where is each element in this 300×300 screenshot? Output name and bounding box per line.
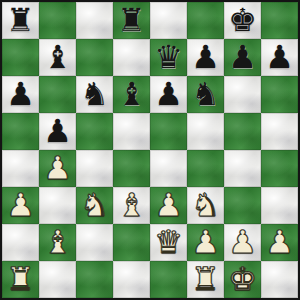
piece-black-pawn: ♟ [228,41,257,73]
square-f3[interactable]: ♞ [187,187,224,224]
piece-white-rook: ♜ [191,263,220,295]
square-h8[interactable] [261,2,298,39]
piece-black-pawn: ♟ [6,78,35,110]
square-g3[interactable] [224,187,261,224]
square-f4[interactable] [187,150,224,187]
square-b8[interactable] [39,2,76,39]
piece-white-pawn: ♟ [191,226,220,258]
square-d7[interactable] [113,39,150,76]
piece-black-pawn: ♟ [265,41,294,73]
square-a5[interactable] [2,113,39,150]
square-c5[interactable] [76,113,113,150]
piece-white-queen: ♛ [154,226,183,258]
square-c4[interactable] [76,150,113,187]
piece-black-pawn: ♟ [191,41,220,73]
piece-white-knight: ♞ [80,189,109,221]
square-b4[interactable]: ♟ [39,150,76,187]
piece-black-rook: ♜ [117,4,146,36]
square-g2[interactable]: ♟ [224,224,261,261]
square-e3[interactable]: ♟ [150,187,187,224]
square-h6[interactable] [261,76,298,113]
square-e8[interactable] [150,2,187,39]
square-b1[interactable] [39,261,76,298]
square-h5[interactable] [261,113,298,150]
square-f6[interactable]: ♞ [187,76,224,113]
square-d5[interactable] [113,113,150,150]
square-a4[interactable] [2,150,39,187]
square-a8[interactable]: ♜ [2,2,39,39]
piece-black-bishop: ♝ [117,78,146,110]
square-a6[interactable]: ♟ [2,76,39,113]
square-g6[interactable] [224,76,261,113]
square-g8[interactable]: ♚ [224,2,261,39]
piece-black-knight: ♞ [80,78,109,110]
piece-black-king: ♚ [228,4,257,36]
square-d3[interactable]: ♝ [113,187,150,224]
square-f1[interactable]: ♜ [187,261,224,298]
square-h2[interactable]: ♟ [261,224,298,261]
square-c7[interactable] [76,39,113,76]
piece-white-pawn: ♟ [6,189,35,221]
square-f2[interactable]: ♟ [187,224,224,261]
piece-white-knight: ♞ [191,189,220,221]
piece-black-queen: ♛ [154,41,183,73]
square-d8[interactable]: ♜ [113,2,150,39]
piece-black-pawn: ♟ [43,115,72,147]
square-f5[interactable] [187,113,224,150]
square-g4[interactable] [224,150,261,187]
chess-board: ♜♜♚♝♛♟♟♟♟♞♝♟♞♟♟♟♞♝♟♞♝♛♟♟♟♜♜♚ [0,0,300,300]
square-e5[interactable] [150,113,187,150]
piece-black-knight: ♞ [191,78,220,110]
square-d6[interactable]: ♝ [113,76,150,113]
square-b3[interactable] [39,187,76,224]
square-e6[interactable]: ♟ [150,76,187,113]
square-g5[interactable] [224,113,261,150]
piece-white-pawn: ♟ [228,226,257,258]
piece-white-bishop: ♝ [43,226,72,258]
piece-black-rook: ♜ [6,4,35,36]
square-b6[interactable] [39,76,76,113]
square-g7[interactable]: ♟ [224,39,261,76]
piece-white-pawn: ♟ [43,152,72,184]
square-c8[interactable] [76,2,113,39]
square-e7[interactable]: ♛ [150,39,187,76]
square-e4[interactable] [150,150,187,187]
piece-white-king: ♚ [228,263,257,295]
square-d4[interactable] [113,150,150,187]
piece-black-pawn: ♟ [154,78,183,110]
square-c3[interactable]: ♞ [76,187,113,224]
square-c1[interactable] [76,261,113,298]
square-b7[interactable]: ♝ [39,39,76,76]
piece-white-bishop: ♝ [117,189,146,221]
piece-white-pawn: ♟ [154,189,183,221]
square-a2[interactable] [2,224,39,261]
square-b5[interactable]: ♟ [39,113,76,150]
square-e1[interactable] [150,261,187,298]
square-h3[interactable] [261,187,298,224]
square-b2[interactable]: ♝ [39,224,76,261]
square-a3[interactable]: ♟ [2,187,39,224]
piece-white-rook: ♜ [6,263,35,295]
square-h4[interactable] [261,150,298,187]
square-f8[interactable] [187,2,224,39]
piece-white-pawn: ♟ [265,226,294,258]
square-c6[interactable]: ♞ [76,76,113,113]
square-a7[interactable] [2,39,39,76]
square-a1[interactable]: ♜ [2,261,39,298]
square-d2[interactable] [113,224,150,261]
square-h1[interactable] [261,261,298,298]
square-e2[interactable]: ♛ [150,224,187,261]
square-c2[interactable] [76,224,113,261]
square-h7[interactable]: ♟ [261,39,298,76]
square-f7[interactable]: ♟ [187,39,224,76]
square-d1[interactable] [113,261,150,298]
piece-black-bishop: ♝ [43,41,72,73]
square-g1[interactable]: ♚ [224,261,261,298]
